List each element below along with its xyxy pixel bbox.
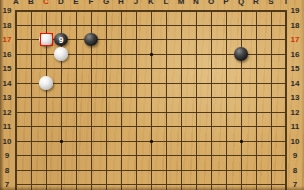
coord-label-top-R: R <box>249 0 264 6</box>
coord-label-right-19: 19 <box>288 6 302 15</box>
coord-label-right-8: 8 <box>288 166 302 175</box>
coord-label-top-M: M <box>174 0 189 6</box>
grid-line-col-O <box>211 10 212 190</box>
coord-label-top-C: C <box>39 0 54 6</box>
grid-line-col-J <box>136 10 137 190</box>
coord-label-right-10: 10 <box>288 137 302 146</box>
star-point-K16 <box>150 53 153 56</box>
grid-line-row-14 <box>16 83 287 84</box>
grid-line-col-A <box>15 10 17 190</box>
grid-line-col-B <box>31 10 32 190</box>
grid-line-col-E <box>76 10 77 190</box>
coord-label-right-16: 16 <box>288 50 302 59</box>
grid-line-row-7 <box>16 184 287 185</box>
coord-label-right-15: 15 <box>288 64 302 73</box>
go-board[interactable]: ABCDEFGHJKLMNOPQRST191918181717161615151… <box>0 0 304 190</box>
coord-label-left-12: 12 <box>0 108 14 117</box>
coord-label-left-9: 9 <box>0 151 14 160</box>
coord-label-left-17: 17 <box>0 35 14 44</box>
coord-label-top-G: G <box>99 0 114 6</box>
coord-label-left-18: 18 <box>0 21 14 30</box>
coord-label-top-Q: Q <box>234 0 249 6</box>
coord-label-top-H: H <box>114 0 129 6</box>
coord-label-top-P: P <box>219 0 234 6</box>
grid-line-col-M <box>181 10 182 190</box>
grid-line-col-P <box>226 10 227 190</box>
grid-line-row-9 <box>16 155 287 156</box>
coord-label-left-8: 8 <box>0 166 14 175</box>
star-point-Q10 <box>240 140 243 143</box>
coord-label-top-O: O <box>204 0 219 6</box>
grid-line-col-G <box>106 10 107 190</box>
coord-label-left-11: 11 <box>0 122 14 131</box>
grid-line-col-K <box>151 10 152 190</box>
grid-line-col-N <box>196 10 197 190</box>
coord-label-right-14: 14 <box>288 79 302 88</box>
stone-white-C14[interactable] <box>39 76 53 90</box>
coord-label-right-11: 11 <box>288 122 302 131</box>
coord-label-right-12: 12 <box>288 108 302 117</box>
star-point-K10 <box>150 140 153 143</box>
grid-line-row-12 <box>16 112 287 113</box>
grid-line-row-11 <box>16 126 287 127</box>
coord-label-left-10: 10 <box>0 137 14 146</box>
move-number-label-D17: 9 <box>54 33 68 47</box>
coord-label-top-L: L <box>159 0 174 6</box>
grid-line-col-S <box>271 10 272 190</box>
grid-line-col-H <box>121 10 122 190</box>
coord-label-top-K: K <box>144 0 159 6</box>
coord-label-right-7: 7 <box>288 180 302 189</box>
star-point-D10 <box>60 140 63 143</box>
coord-label-right-13: 13 <box>288 93 302 102</box>
stone-black-Q16[interactable] <box>234 47 248 61</box>
coord-label-top-E: E <box>69 0 84 6</box>
grid-line-row-18 <box>16 25 287 26</box>
coord-label-left-19: 19 <box>0 6 14 15</box>
coord-label-top-S: S <box>264 0 279 6</box>
coord-label-left-14: 14 <box>0 79 14 88</box>
coord-label-right-18: 18 <box>288 21 302 30</box>
coord-label-top-D: D <box>54 0 69 6</box>
coord-label-right-9: 9 <box>288 151 302 160</box>
coord-label-top-J: J <box>129 0 144 6</box>
coord-label-top-B: B <box>24 0 39 6</box>
grid-line-row-8 <box>16 170 287 171</box>
grid-line-col-L <box>166 10 167 190</box>
coord-label-left-7: 7 <box>0 180 14 189</box>
stone-white-D16[interactable] <box>54 47 68 61</box>
coord-label-top-N: N <box>189 0 204 6</box>
grid-line-col-T <box>285 10 287 190</box>
coord-label-top-F: F <box>84 0 99 6</box>
grid-line-row-15 <box>16 68 287 69</box>
coord-label-left-16: 16 <box>0 50 14 59</box>
grid-line-col-Q <box>241 10 242 190</box>
coord-label-left-15: 15 <box>0 64 14 73</box>
coord-label-left-13: 13 <box>0 93 14 102</box>
stone-black-F17[interactable] <box>84 33 98 47</box>
last-move-marker <box>40 33 53 46</box>
grid-line-row-13 <box>16 97 287 98</box>
coord-label-right-17: 17 <box>288 35 302 44</box>
grid-line-row-19 <box>16 10 287 12</box>
grid-line-col-R <box>256 10 257 190</box>
